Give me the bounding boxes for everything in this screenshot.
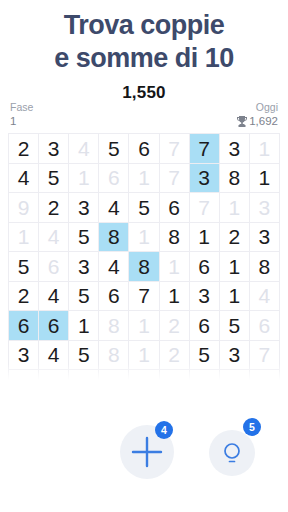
cell-r5c8[interactable]: 1 [220,252,250,282]
cell-r9c5 [129,370,159,383]
hint-button[interactable]: 5 [209,430,255,476]
game-screen: Trova coppie e somme di 10 1,550 Fase 1 … [0,0,288,512]
add-badge: 4 [155,421,173,439]
cell-r2c1[interactable]: 4 [9,164,39,194]
cell-r7c1[interactable]: 6 [9,311,39,341]
cell-r2c3[interactable]: 1 [69,164,99,194]
add-numbers-button[interactable]: 4 [120,425,174,479]
title-line-2: e somme di 10 [0,42,288,75]
cell-r6c7[interactable]: 3 [190,282,220,312]
title-line-1: Trova coppie [0,9,288,42]
cell-r7c9[interactable]: 6 [250,311,280,341]
number-grid: 2345677314516173819234567131458181235634… [8,133,280,383]
today-indicator: Oggi 1,692 [237,101,278,129]
cell-r8c4[interactable]: 8 [99,341,129,371]
cell-r2c2[interactable]: 5 [39,164,69,194]
cell-r6c5[interactable]: 7 [129,282,159,312]
cell-r5c1[interactable]: 5 [9,252,39,282]
cell-r6c3[interactable]: 5 [69,282,99,312]
cell-r6c9[interactable]: 4 [250,282,280,312]
cell-r3c2[interactable]: 2 [39,193,69,223]
cell-r7c7[interactable]: 6 [190,311,220,341]
cell-r5c9[interactable]: 8 [250,252,280,282]
stage-indicator: Fase 1 [10,101,33,129]
cell-r4c8[interactable]: 2 [220,223,250,253]
page-title: Trova coppie e somme di 10 [0,9,288,75]
cell-r7c8[interactable]: 5 [220,311,250,341]
cell-r9c7 [190,370,220,383]
cell-r1c9[interactable]: 1 [250,134,280,164]
stage-value: 1 [10,114,33,129]
lightbulb-icon [220,441,244,465]
cell-r5c2[interactable]: 6 [39,252,69,282]
cell-r4c7[interactable]: 1 [190,223,220,253]
cell-r1c7[interactable]: 7 [190,134,220,164]
today-label: Oggi [237,101,278,114]
cell-r4c2[interactable]: 4 [39,223,69,253]
cell-r9c6 [160,370,190,383]
cell-r6c2[interactable]: 4 [39,282,69,312]
cell-r3c5[interactable]: 5 [129,193,159,223]
cell-r9c9 [250,370,280,383]
cell-r2c7[interactable]: 3 [190,164,220,194]
cell-r6c8[interactable]: 1 [220,282,250,312]
cell-r7c5[interactable]: 1 [129,311,159,341]
today-value: 1,692 [249,114,278,129]
plus-icon [131,436,163,468]
cell-r9c3 [69,370,99,383]
cell-r3c9[interactable]: 3 [250,193,280,223]
cell-r6c1[interactable]: 2 [9,282,39,312]
cell-r1c5[interactable]: 6 [129,134,159,164]
cell-r4c3[interactable]: 5 [69,223,99,253]
cell-r5c7[interactable]: 6 [190,252,220,282]
trophy-icon [237,116,247,127]
cell-r3c3[interactable]: 3 [69,193,99,223]
cell-r1c2[interactable]: 3 [39,134,69,164]
cell-r4c6[interactable]: 8 [160,223,190,253]
cell-r1c6[interactable]: 7 [160,134,190,164]
cell-r8c3[interactable]: 5 [69,341,99,371]
cell-r8c5[interactable]: 1 [129,341,159,371]
cell-r7c4[interactable]: 8 [99,311,129,341]
cell-r2c8[interactable]: 8 [220,164,250,194]
cell-r1c4[interactable]: 5 [99,134,129,164]
stage-label: Fase [10,101,33,114]
cell-r2c5[interactable]: 1 [129,164,159,194]
score-value: 1,550 [0,83,288,103]
hint-badge: 5 [243,418,261,436]
cell-r7c2[interactable]: 6 [39,311,69,341]
cell-r4c4[interactable]: 8 [99,223,129,253]
cell-r3c1[interactable]: 9 [9,193,39,223]
cell-r8c8[interactable]: 3 [220,341,250,371]
cell-r5c6[interactable]: 1 [160,252,190,282]
cell-r5c4[interactable]: 4 [99,252,129,282]
cell-r9c4 [99,370,129,383]
cell-r9c8 [220,370,250,383]
cell-r1c8[interactable]: 3 [220,134,250,164]
cell-r2c6[interactable]: 7 [160,164,190,194]
cell-r2c9[interactable]: 1 [250,164,280,194]
cell-r5c5[interactable]: 8 [129,252,159,282]
cell-r5c3[interactable]: 3 [69,252,99,282]
cell-r1c1[interactable]: 2 [9,134,39,164]
cell-r3c7[interactable]: 7 [190,193,220,223]
cell-r8c2[interactable]: 4 [39,341,69,371]
cell-r8c9[interactable]: 7 [250,341,280,371]
cell-r9c1 [9,370,39,383]
cell-r3c4[interactable]: 4 [99,193,129,223]
cell-r6c4[interactable]: 6 [99,282,129,312]
cell-r4c9[interactable]: 3 [250,223,280,253]
cell-r3c6[interactable]: 6 [160,193,190,223]
cell-r8c1[interactable]: 3 [9,341,39,371]
cell-r1c3[interactable]: 4 [69,134,99,164]
cell-r7c3[interactable]: 1 [69,311,99,341]
cell-r8c6[interactable]: 2 [160,341,190,371]
cell-r7c6[interactable]: 2 [160,311,190,341]
cell-r4c1[interactable]: 1 [9,223,39,253]
cell-r6c6[interactable]: 1 [160,282,190,312]
cell-r4c5[interactable]: 1 [129,223,159,253]
cell-r2c4[interactable]: 6 [99,164,129,194]
cell-r3c8[interactable]: 1 [220,193,250,223]
cell-r8c7[interactable]: 5 [190,341,220,371]
today-value-row: 1,692 [237,114,278,129]
cell-r9c2 [39,370,69,383]
